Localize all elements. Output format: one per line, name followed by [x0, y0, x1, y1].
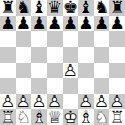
black-bishop: ♝ [78, 0, 94, 16]
black-pawn: ♟ [78, 16, 94, 32]
square-g6[interactable] [94, 31, 110, 47]
white-pawn: ♟♙ [109, 94, 125, 110]
square-d4[interactable] [47, 63, 63, 79]
square-d1[interactable]: ♛♕ [47, 109, 63, 125]
square-g1[interactable]: ♞♘ [94, 109, 110, 125]
square-f7[interactable]: ♟ [78, 16, 94, 32]
square-g5[interactable] [94, 47, 110, 63]
black-rook: ♜ [109, 0, 125, 16]
white-knight: ♞♘ [16, 109, 32, 125]
black-pawn: ♟ [31, 16, 47, 32]
square-e1[interactable]: ♚♔ [63, 109, 79, 125]
square-d5[interactable] [47, 47, 63, 63]
white-bishop: ♝♗ [31, 109, 47, 125]
square-e2[interactable] [63, 94, 79, 110]
square-h4[interactable] [109, 63, 125, 79]
square-g2[interactable]: ♟♙ [94, 94, 110, 110]
square-g4[interactable] [94, 63, 110, 79]
square-c7[interactable]: ♟ [31, 16, 47, 32]
square-f5[interactable] [78, 47, 94, 63]
square-c6[interactable] [31, 31, 47, 47]
square-c5[interactable] [31, 47, 47, 63]
black-pawn: ♟ [94, 16, 110, 32]
square-g3[interactable] [94, 78, 110, 94]
black-pawn: ♟ [63, 16, 79, 32]
square-b1[interactable]: ♞♘ [16, 109, 32, 125]
square-e6[interactable] [63, 31, 79, 47]
square-h7[interactable]: ♟ [109, 16, 125, 32]
white-pawn: ♟♙ [78, 94, 94, 110]
black-pawn: ♟ [16, 16, 32, 32]
square-a4[interactable] [0, 63, 16, 79]
square-c2[interactable]: ♟♙ [31, 94, 47, 110]
square-b6[interactable] [16, 31, 32, 47]
black-pawn: ♟ [0, 16, 16, 32]
white-bishop: ♝♗ [78, 109, 94, 125]
square-b7[interactable]: ♟ [16, 16, 32, 32]
black-pawn: ♟ [47, 16, 63, 32]
square-h1[interactable]: ♜♖ [109, 109, 125, 125]
square-e4[interactable]: ♟♙ [63, 63, 79, 79]
black-bishop: ♝ [31, 0, 47, 16]
square-f4[interactable] [78, 63, 94, 79]
black-knight: ♞ [16, 0, 32, 16]
square-c4[interactable] [31, 63, 47, 79]
square-f1[interactable]: ♝♗ [78, 109, 94, 125]
square-a6[interactable] [0, 31, 16, 47]
chessboard-screenshot: ♜♞♝♛♚♝♞♜♟♟♟♟♟♟♟♟♟♙♟♙♟♙♟♙♟♙♟♙♟♙♟♙♜♖♞♘♝♗♛♕… [0, 0, 125, 125]
square-e8[interactable]: ♚ [63, 0, 79, 16]
square-a5[interactable] [0, 47, 16, 63]
square-d2[interactable]: ♟♙ [47, 94, 63, 110]
chess-board: ♜♞♝♛♚♝♞♜♟♟♟♟♟♟♟♟♟♙♟♙♟♙♟♙♟♙♟♙♟♙♟♙♜♖♞♘♝♗♛♕… [0, 0, 125, 125]
square-h6[interactable] [109, 31, 125, 47]
square-h5[interactable] [109, 47, 125, 63]
square-a3[interactable] [0, 78, 16, 94]
square-h2[interactable]: ♟♙ [109, 94, 125, 110]
square-c1[interactable]: ♝♗ [31, 109, 47, 125]
square-e3[interactable] [63, 78, 79, 94]
square-e7[interactable]: ♟ [63, 16, 79, 32]
square-e5[interactable] [63, 47, 79, 63]
square-d3[interactable] [47, 78, 63, 94]
square-d6[interactable] [47, 31, 63, 47]
square-g8[interactable]: ♞ [94, 0, 110, 16]
square-f2[interactable]: ♟♙ [78, 94, 94, 110]
square-b8[interactable]: ♞ [16, 0, 32, 16]
white-pawn: ♟♙ [0, 94, 16, 110]
white-king: ♚♔ [63, 109, 79, 125]
white-rook: ♜♖ [0, 109, 16, 125]
black-queen: ♛ [47, 0, 63, 16]
square-b2[interactable]: ♟♙ [16, 94, 32, 110]
square-d7[interactable]: ♟ [47, 16, 63, 32]
black-rook: ♜ [0, 0, 16, 16]
square-g7[interactable]: ♟ [94, 16, 110, 32]
square-a1[interactable]: ♜♖ [0, 109, 16, 125]
square-h8[interactable]: ♜ [109, 0, 125, 16]
square-a7[interactable]: ♟ [0, 16, 16, 32]
square-f3[interactable] [78, 78, 94, 94]
black-king: ♚ [63, 0, 79, 16]
white-pawn: ♟♙ [63, 63, 79, 79]
square-f8[interactable]: ♝ [78, 0, 94, 16]
white-pawn: ♟♙ [31, 94, 47, 110]
square-b3[interactable] [16, 78, 32, 94]
square-d8[interactable]: ♛ [47, 0, 63, 16]
square-b5[interactable] [16, 47, 32, 63]
white-pawn: ♟♙ [94, 94, 110, 110]
square-a8[interactable]: ♜ [0, 0, 16, 16]
white-knight: ♞♘ [94, 109, 110, 125]
white-pawn: ♟♙ [47, 94, 63, 110]
white-rook: ♜♖ [109, 109, 125, 125]
square-f6[interactable] [78, 31, 94, 47]
square-h3[interactable] [109, 78, 125, 94]
square-c3[interactable] [31, 78, 47, 94]
square-c8[interactable]: ♝ [31, 0, 47, 16]
black-knight: ♞ [94, 0, 110, 16]
white-queen: ♛♕ [47, 109, 63, 125]
white-pawn: ♟♙ [16, 94, 32, 110]
square-b4[interactable] [16, 63, 32, 79]
black-pawn: ♟ [109, 16, 125, 32]
square-a2[interactable]: ♟♙ [0, 94, 16, 110]
